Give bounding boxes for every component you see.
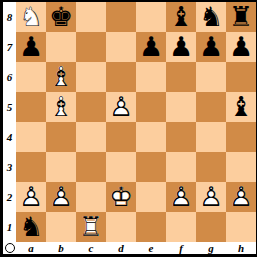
file-label-d: d xyxy=(106,242,136,254)
square-e1[interactable] xyxy=(136,212,166,242)
square-h1[interactable] xyxy=(226,212,256,242)
white-pawn-g2: ♟♙ xyxy=(196,182,226,212)
rank-label-3: 3 xyxy=(3,152,16,182)
square-d6[interactable] xyxy=(106,62,136,92)
square-d7[interactable] xyxy=(106,32,136,62)
square-h4[interactable] xyxy=(226,122,256,152)
square-c2[interactable] xyxy=(76,182,106,212)
square-h8[interactable]: ♜ xyxy=(226,2,256,32)
file-label-h: h xyxy=(226,242,256,254)
square-f7[interactable]: ♟ xyxy=(166,32,196,62)
square-a2[interactable]: ♟♙ xyxy=(16,182,46,212)
square-c7[interactable] xyxy=(76,32,106,62)
square-f3[interactable] xyxy=(166,152,196,182)
square-e4[interactable] xyxy=(136,122,166,152)
white-bishop-b5: ♝♗ xyxy=(46,92,76,122)
square-b3[interactable] xyxy=(46,152,76,182)
square-a5[interactable] xyxy=(16,92,46,122)
square-g6[interactable] xyxy=(196,62,226,92)
square-f1[interactable] xyxy=(166,212,196,242)
square-b4[interactable] xyxy=(46,122,76,152)
black-king-b8: ♚ xyxy=(46,2,76,32)
black-pawn-e7: ♟ xyxy=(136,32,166,62)
black-pawn-h7: ♟ xyxy=(226,32,256,62)
square-h5[interactable]: ♝ xyxy=(226,92,256,122)
white-pawn-f2: ♟♙ xyxy=(166,182,196,212)
square-c1[interactable]: ♜♖ xyxy=(76,212,106,242)
square-e5[interactable] xyxy=(136,92,166,122)
black-knight-a1: ♞ xyxy=(16,212,46,242)
square-c8[interactable] xyxy=(76,2,106,32)
white-knight-a8: ♞♘ xyxy=(16,2,46,32)
black-pawn-g7: ♟ xyxy=(196,32,226,62)
square-a3[interactable] xyxy=(16,152,46,182)
square-h3[interactable] xyxy=(226,152,256,182)
square-h7[interactable]: ♟ xyxy=(226,32,256,62)
square-d3[interactable] xyxy=(106,152,136,182)
white-king-d2: ♚♔ xyxy=(106,182,136,212)
rank-label-7: 7 xyxy=(3,32,16,62)
square-g2[interactable]: ♟♙ xyxy=(196,182,226,212)
square-c4[interactable] xyxy=(76,122,106,152)
white-pawn-a2: ♟♙ xyxy=(16,182,46,212)
diagram-inner: 87654321 ♞♘♚♝♞♜♟♟♟♟♟♝♗♝♗♟♙♝♟♙♟♙♚♔♟♙♟♙♟♙♞… xyxy=(3,2,256,254)
rank-label-1: 1 xyxy=(3,212,16,242)
white-pawn-d5: ♟♙ xyxy=(106,92,136,122)
square-f6[interactable] xyxy=(166,62,196,92)
file-label-a: a xyxy=(16,242,46,254)
white-rook-c1: ♜♖ xyxy=(76,212,106,242)
rank-label-4: 4 xyxy=(3,122,16,152)
square-g8[interactable]: ♞ xyxy=(196,2,226,32)
square-d8[interactable] xyxy=(106,2,136,32)
square-d4[interactable] xyxy=(106,122,136,152)
square-g3[interactable] xyxy=(196,152,226,182)
square-e6[interactable] xyxy=(136,62,166,92)
square-b2[interactable]: ♟♙ xyxy=(46,182,76,212)
black-pawn-f7: ♟ xyxy=(166,32,196,62)
chess-board: ♞♘♚♝♞♜♟♟♟♟♟♝♗♝♗♟♙♝♟♙♟♙♚♔♟♙♟♙♟♙♞♜♖ xyxy=(16,2,256,242)
square-a4[interactable] xyxy=(16,122,46,152)
rank-label-8: 8 xyxy=(3,2,16,32)
black-bishop-f8: ♝ xyxy=(166,2,196,32)
square-c5[interactable] xyxy=(76,92,106,122)
square-a1[interactable]: ♞ xyxy=(16,212,46,242)
square-f5[interactable] xyxy=(166,92,196,122)
file-label-b: b xyxy=(46,242,76,254)
chess-diagram: 87654321 ♞♘♚♝♞♜♟♟♟♟♟♝♗♝♗♟♙♝♟♙♟♙♚♔♟♙♟♙♟♙♞… xyxy=(0,0,257,257)
square-b1[interactable] xyxy=(46,212,76,242)
square-g4[interactable] xyxy=(196,122,226,152)
square-c6[interactable] xyxy=(76,62,106,92)
square-e3[interactable] xyxy=(136,152,166,182)
file-label-g: g xyxy=(196,242,226,254)
rank-labels: 87654321 xyxy=(3,2,16,242)
square-h6[interactable] xyxy=(226,62,256,92)
square-e8[interactable] xyxy=(136,2,166,32)
square-e2[interactable] xyxy=(136,182,166,212)
white-to-move-icon xyxy=(5,243,15,253)
square-b8[interactable]: ♚ xyxy=(46,2,76,32)
black-bishop-h5: ♝ xyxy=(226,92,256,122)
square-b6[interactable]: ♝♗ xyxy=(46,62,76,92)
rank-label-2: 2 xyxy=(3,182,16,212)
square-a7[interactable]: ♟ xyxy=(16,32,46,62)
move-indicator-slot xyxy=(3,242,16,254)
square-g1[interactable] xyxy=(196,212,226,242)
file-labels: abcdefgh xyxy=(16,242,256,254)
square-b7[interactable] xyxy=(46,32,76,62)
square-a6[interactable] xyxy=(16,62,46,92)
rank-label-6: 6 xyxy=(3,62,16,92)
square-f2[interactable]: ♟♙ xyxy=(166,182,196,212)
square-b5[interactable]: ♝♗ xyxy=(46,92,76,122)
square-a8[interactable]: ♞♘ xyxy=(16,2,46,32)
rank-label-5: 5 xyxy=(3,92,16,122)
square-g5[interactable] xyxy=(196,92,226,122)
square-g7[interactable]: ♟ xyxy=(196,32,226,62)
square-d2[interactable]: ♚♔ xyxy=(106,182,136,212)
file-label-c: c xyxy=(76,242,106,254)
square-f8[interactable]: ♝ xyxy=(166,2,196,32)
square-h2[interactable]: ♟♙ xyxy=(226,182,256,212)
square-c3[interactable] xyxy=(76,152,106,182)
file-label-f: f xyxy=(166,242,196,254)
white-pawn-h2: ♟♙ xyxy=(226,182,256,212)
square-f4[interactable] xyxy=(166,122,196,152)
file-label-e: e xyxy=(136,242,166,254)
square-d1[interactable] xyxy=(106,212,136,242)
square-d5[interactable]: ♟♙ xyxy=(106,92,136,122)
white-pawn-b2: ♟♙ xyxy=(46,182,76,212)
black-knight-g8: ♞ xyxy=(196,2,226,32)
square-e7[interactable]: ♟ xyxy=(136,32,166,62)
black-pawn-a7: ♟ xyxy=(16,32,46,62)
white-bishop-b6: ♝♗ xyxy=(46,62,76,92)
black-rook-h8: ♜ xyxy=(226,2,256,32)
